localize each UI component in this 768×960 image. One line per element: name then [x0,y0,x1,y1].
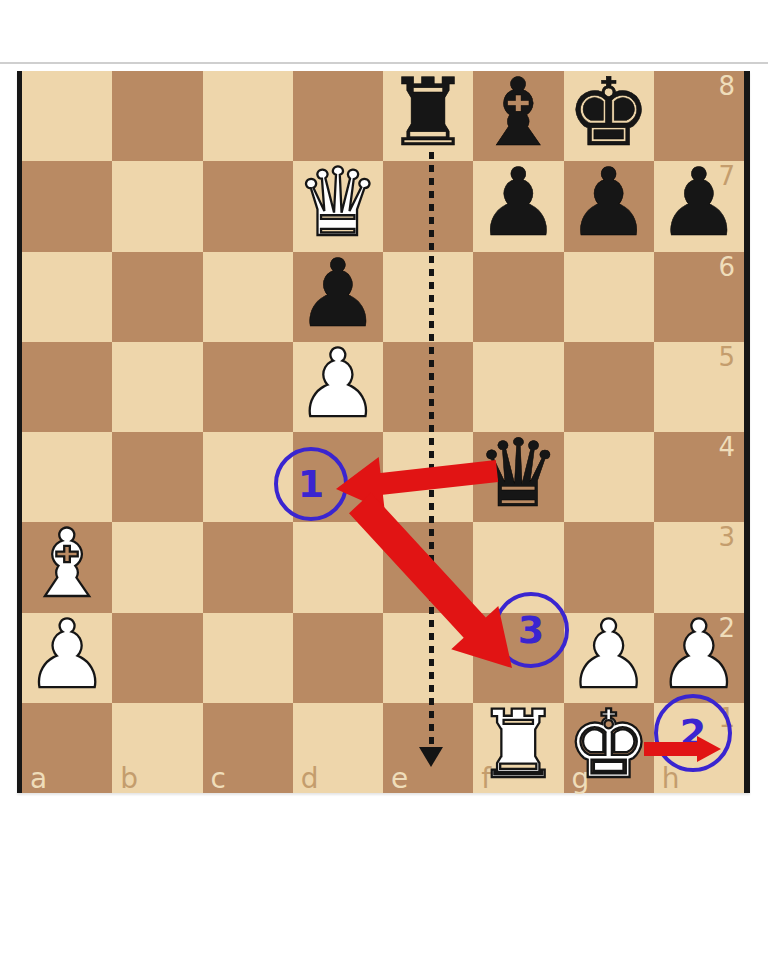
piece-black-king-g8[interactable]: ♚ [564,68,654,158]
pieces-layer: ♜♝♚♛♟♟♟♟♟♛♝♟♟♟♜♚ [22,71,744,793]
piece-white-pawn-d5[interactable]: ♟ [293,339,383,429]
piece-white-queen-d7[interactable]: ♛ [293,158,383,248]
piece-white-pawn-h2[interactable]: ♟ [654,610,744,700]
dotted-arrow-head-icon [419,747,443,767]
move-circle-1-d4: 1 [274,447,348,521]
piece-black-pawn-d6[interactable]: ♟ [293,249,383,339]
piece-white-pawn-g2[interactable]: ♟ [564,610,654,700]
piece-black-pawn-g7[interactable]: ♟ [564,158,654,248]
piece-black-pawn-f7[interactable]: ♟ [473,158,563,248]
piece-white-pawn-a2[interactable]: ♟ [22,610,112,700]
piece-black-rook-e8[interactable]: ♜ [383,68,473,158]
piece-black-pawn-h7[interactable]: ♟ [654,158,744,248]
dotted-arrow-shaft [429,152,434,746]
chess-board: 8765432abcdefg1h ♜♝♚♛♟♟♟♟♟♛♝♟♟♟♜♚ [17,71,750,793]
piece-white-rook-f1[interactable]: ♜ [473,700,563,790]
piece-white-king-g1[interactable]: ♚ [564,700,654,790]
top-divider [0,62,768,64]
piece-black-queen-f4[interactable]: ♛ [473,429,563,519]
piece-white-bishop-a3[interactable]: ♝ [22,519,112,609]
move-circle-2-h1: 2 [654,694,732,772]
move-circle-3-f2: 3 [493,592,569,668]
piece-black-bishop-f8[interactable]: ♝ [473,68,563,158]
chess-lesson-page: 8765432abcdefg1h ♜♝♚♛♟♟♟♟♟♛♝♟♟♟♜♚ 123 [0,0,768,960]
